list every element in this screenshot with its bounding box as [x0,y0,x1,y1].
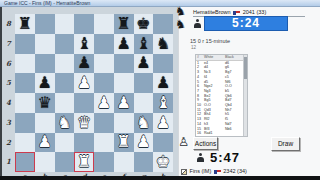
top-player-clock: 5:24 [204,16,288,31]
white-pawn-h3: ♟ [153,113,173,133]
white-pawn-f4: ♟ [114,93,134,113]
square-f4[interactable]: ♟ [114,93,134,113]
white-pawn-g2: ♟ [134,133,154,153]
square-b5[interactable]: ♟ [35,73,55,93]
game-number: 12 [191,45,196,50]
us-flag-icon [233,11,240,15]
black-queen-b4: ♛ [35,93,55,113]
square-h4[interactable]: ♝ [153,93,173,113]
square-b7[interactable] [35,34,55,54]
move-list-scrollbar[interactable] [243,55,247,136]
square-a4[interactable] [15,93,35,113]
square-d6[interactable]: ♟ [74,54,94,74]
white-king-h1: ♚ [153,152,173,172]
white-pawn-b2: ♟ [35,133,55,153]
square-a7[interactable] [15,34,35,54]
rank-label-2: 2 [2,133,15,153]
chess-board[interactable]: ♜♜♚♝♟♝♞♟♟♟♟♟♛♟♟♝♞♛♞♟♟♜♟♜♚ [15,14,173,172]
white-pawn-e4: ♟ [94,93,114,113]
top-clock-time: 5:24 [232,16,260,30]
square-c2[interactable] [55,133,75,153]
bottom-clock-time: 5:47 [210,150,240,165]
square-f6[interactable] [114,54,134,74]
white-pawn-d5: ♟ [74,73,94,93]
window-title: Game ICC - Fins (IM) - HematiteBrown [4,0,90,6]
square-h7[interactable]: ♞ [153,34,173,54]
us-flag-icon [214,170,221,174]
square-d7[interactable]: ♝ [74,34,94,54]
square-c7[interactable] [55,34,75,54]
move-row-16[interactable]: 16Rad1 [196,131,247,136]
black-rook-a8: ♜ [15,14,35,34]
square-d4[interactable] [74,93,94,113]
square-c4[interactable] [55,93,75,113]
black-bishop-g7: ♝ [134,34,154,54]
captured-pieces: ♞ ♞ [175,5,191,37]
square-e4[interactable]: ♟ [94,93,114,113]
top-player-icon [193,19,201,28]
white-rook-d1: ♜ [75,153,93,171]
bottom-player-clock: 5:47 [210,150,280,165]
square-g3[interactable]: ♞ [134,113,154,133]
square-e6[interactable] [94,54,114,74]
square-f3[interactable] [114,113,134,133]
move-list[interactable]: # White Black 1e4d62d4g63Nc3Bg74f4c55d5N… [195,54,248,137]
square-h8[interactable] [153,14,173,34]
square-h6[interactable] [153,54,173,74]
square-h3[interactable]: ♟ [153,113,173,133]
bottom-player-name: Fins (IM) [190,168,212,174]
black-pawn-b5: ♟ [35,73,55,93]
rank-labels: 87654321 [2,14,15,172]
rank-label-5: 5 [2,73,15,93]
rank-label-8: 8 [2,14,15,34]
board-edit-icon [181,169,187,175]
square-g7[interactable]: ♝ [134,34,154,54]
rank-label-7: 7 [2,34,15,54]
white-queen-d3: ♛ [74,113,94,133]
board-zone: 87654321 ♜♜♚♝♟♝♞♟♟♟♟♟♛♟♟♝♞♛♞♟♟♜♟♜♚ abcde… [0,7,178,176]
square-b6[interactable] [35,54,55,74]
square-a5[interactable] [15,73,35,93]
square-e2[interactable] [94,133,114,153]
square-a2[interactable] [15,133,35,153]
square-h2[interactable] [153,133,173,153]
square-f8[interactable]: ♜ [114,14,134,34]
square-b4[interactable]: ♛ [35,93,55,113]
black-rook-f8: ♜ [114,14,134,34]
chess-client-window: Game ICC - Fins (IM) - HematiteBrown 876… [0,0,320,180]
square-c6[interactable] [55,54,75,74]
square-f2[interactable]: ♜ [114,133,134,153]
time-control-label: 15 0 r 15-minute [190,38,230,44]
square-e8[interactable] [94,14,114,34]
black-pawn-f7: ♟ [114,34,134,54]
square-b1[interactable] [35,152,55,172]
square-b3[interactable] [35,113,55,133]
square-e3[interactable] [94,113,114,133]
square-c1[interactable] [55,152,75,172]
square-d5[interactable]: ♟ [74,73,94,93]
rank-label-3: 3 [2,113,15,133]
square-g1[interactable] [134,152,154,172]
black-king-g8: ♚ [134,14,154,34]
square-d1[interactable]: ♜ [74,152,94,172]
bottom-player-row: Fins (IM) 2342 (34) [181,168,247,175]
black-pawn-h5: ♟ [153,73,173,93]
white-bishop-h4: ♝ [153,93,173,113]
rank-label-1: 1 [2,152,15,172]
square-f5[interactable] [114,73,134,93]
move-list-rows: 1e4d62d4g63Nc3Bg74f4c55d5Nf66Nge2O-O7Ng3… [196,61,247,136]
square-d2[interactable] [74,133,94,153]
black-knight-icon: ♞ [174,17,191,32]
bottom-player-icon [196,153,204,162]
square-h1[interactable]: ♚ [153,152,173,172]
bottom-player-rating: 2342 (34) [223,168,247,174]
square-d8[interactable] [74,14,94,34]
actions-button[interactable]: Actions [193,137,218,150]
square-c5[interactable] [55,73,75,93]
square-c3[interactable]: ♞ [55,113,75,133]
black-pawn-d6: ♟ [74,54,94,74]
square-c8[interactable] [55,14,75,34]
square-b8[interactable] [35,14,55,34]
rank-label-6: 6 [2,54,15,74]
top-player-name: HematiteBrown [193,9,231,15]
square-f1[interactable] [114,152,134,172]
square-g8[interactable]: ♚ [134,14,154,34]
square-f7[interactable]: ♟ [114,34,134,54]
top-player-rating: 2041 (33) [243,9,267,15]
square-g6[interactable]: ♟ [134,54,154,74]
square-e7[interactable] [94,34,114,54]
square-b2[interactable]: ♟ [35,133,55,153]
square-a1[interactable] [15,152,35,172]
rank-label-4: 4 [2,93,15,113]
square-a3[interactable] [15,113,35,133]
window-bottom-frame [0,176,320,180]
square-h5[interactable]: ♟ [153,73,173,93]
square-a6[interactable] [15,54,35,74]
black-knight-h7: ♞ [153,34,173,54]
window-titlebar[interactable]: Game ICC - Fins (IM) - HematiteBrown [0,0,320,7]
square-g4[interactable] [134,93,154,113]
square-d3[interactable]: ♛ [74,113,94,133]
white-rook-f2: ♜ [114,133,134,153]
square-e1[interactable] [94,152,114,172]
scrollbar-thumb[interactable] [244,57,247,79]
black-pawn-g6: ♟ [134,54,154,74]
window-left-frame [0,7,2,176]
square-a8[interactable]: ♜ [15,14,35,34]
square-e5[interactable] [94,73,114,93]
white-knight-c3: ♞ [55,113,75,133]
draw-button[interactable]: Draw [271,137,300,151]
black-bishop-d7: ♝ [74,34,94,54]
square-g5[interactable] [134,73,154,93]
white-pawn-icon: ♙ [178,135,189,149]
square-g2[interactable]: ♟ [134,133,154,153]
white-knight-g3: ♞ [134,113,154,133]
